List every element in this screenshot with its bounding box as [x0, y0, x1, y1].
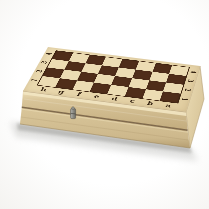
rank-label: 4	[40, 50, 58, 57]
rank-label: 2	[30, 68, 49, 75]
rank-label: 3	[35, 59, 54, 66]
file-label: a	[158, 101, 178, 110]
rank-label: 3	[182, 77, 200, 84]
product-photo-chess-box: hgfedcba 4321 4321	[0, 0, 209, 209]
rank-label: 4	[184, 68, 202, 75]
rank-label: 1	[25, 76, 44, 83]
clasp-latch	[71, 107, 76, 119]
rank-label: 1	[175, 96, 193, 104]
rank-label: 2	[179, 86, 197, 94]
